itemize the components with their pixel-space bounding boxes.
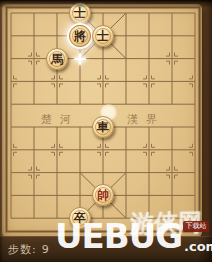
piece-glyph: 士	[97, 30, 109, 42]
river-label-left: 楚河	[41, 112, 79, 127]
piece-black-advisor[interactable]: 士	[92, 25, 114, 47]
piece-black-horse[interactable]: 馬	[46, 48, 68, 70]
xiangqi-app-window: 楚河 漢界 士將士馬車帥卒 步数: 9 游侠网 UEBUG .com 下载站	[0, 0, 212, 262]
piece-black-general[interactable]: 將	[69, 25, 91, 47]
move-counter-value: 9	[42, 243, 50, 256]
piece-glyph: 士	[74, 7, 86, 19]
piece-glyph: 馬	[51, 53, 63, 65]
move-counter-label: 步数:	[8, 242, 37, 257]
piece-glyph: 車	[97, 121, 109, 133]
move-counter: 步数: 9	[8, 242, 50, 257]
piece-glyph: 帥	[97, 189, 109, 201]
river-label-right: 漢界	[127, 112, 165, 127]
bottom-status-bar: 步数: 9	[0, 236, 212, 262]
piece-glyph: 卒	[74, 212, 86, 224]
piece-glyph: 將	[74, 30, 86, 42]
piece-black-chariot[interactable]: 車	[92, 116, 114, 138]
piece-black-advisor[interactable]: 士	[69, 2, 91, 24]
